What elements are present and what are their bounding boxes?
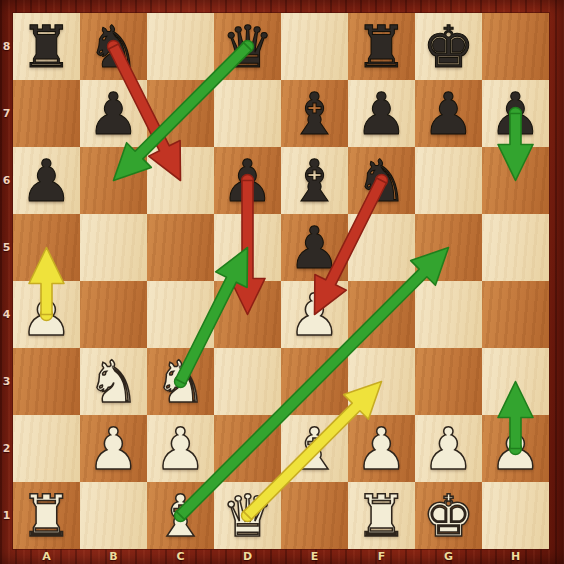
rank-label-2: 2 xyxy=(0,415,13,482)
black-bishop[interactable]: ♝ xyxy=(281,80,348,147)
black-pawn[interactable]: ♟ xyxy=(13,147,80,214)
white-pawn[interactable]: ♟ xyxy=(348,415,415,482)
black-pawn[interactable]: ♟ xyxy=(214,147,281,214)
white-knight[interactable]: ♞ xyxy=(80,348,147,415)
square-g1[interactable]: ♚ xyxy=(415,482,482,549)
square-a2[interactable] xyxy=(13,415,80,482)
square-d4[interactable] xyxy=(214,281,281,348)
square-f2[interactable]: ♟ xyxy=(348,415,415,482)
square-d7[interactable] xyxy=(214,80,281,147)
square-c2[interactable]: ♟ xyxy=(147,415,214,482)
square-c6[interactable] xyxy=(147,147,214,214)
white-pawn[interactable]: ♟ xyxy=(482,415,549,482)
square-b3[interactable]: ♞ xyxy=(80,348,147,415)
rank-label-1: 1 xyxy=(0,482,13,549)
black-pawn[interactable]: ♟ xyxy=(415,80,482,147)
rank-label-5: 5 xyxy=(0,214,13,281)
square-c5[interactable] xyxy=(147,214,214,281)
square-c1[interactable]: ♝ xyxy=(147,482,214,549)
file-label-a: A xyxy=(13,549,80,564)
black-pawn[interactable]: ♟ xyxy=(482,80,549,147)
white-bishop[interactable]: ♝ xyxy=(147,482,214,549)
white-pawn[interactable]: ♟ xyxy=(415,415,482,482)
file-label-g: G xyxy=(415,549,482,564)
square-e3[interactable] xyxy=(281,348,348,415)
square-h7[interactable]: ♟ xyxy=(482,80,549,147)
white-pawn[interactable]: ♟ xyxy=(13,281,80,348)
square-g4[interactable] xyxy=(415,281,482,348)
square-a6[interactable]: ♟ xyxy=(13,147,80,214)
square-a5[interactable] xyxy=(13,214,80,281)
square-c4[interactable] xyxy=(147,281,214,348)
white-pawn[interactable]: ♟ xyxy=(80,415,147,482)
square-h8[interactable] xyxy=(482,13,549,80)
white-pawn[interactable]: ♟ xyxy=(147,415,214,482)
white-king[interactable]: ♚ xyxy=(415,482,482,549)
square-b4[interactable] xyxy=(80,281,147,348)
square-e5[interactable]: ♟ xyxy=(281,214,348,281)
square-f4[interactable] xyxy=(348,281,415,348)
square-b1[interactable] xyxy=(80,482,147,549)
white-knight[interactable]: ♞ xyxy=(147,348,214,415)
rank-label-6: 6 xyxy=(0,147,13,214)
square-b2[interactable]: ♟ xyxy=(80,415,147,482)
square-c3[interactable]: ♞ xyxy=(147,348,214,415)
black-knight[interactable]: ♞ xyxy=(80,13,147,80)
rank-label-3: 3 xyxy=(0,348,13,415)
black-king[interactable]: ♚ xyxy=(415,13,482,80)
file-label-d: D xyxy=(214,549,281,564)
square-d1[interactable]: ♛ xyxy=(214,482,281,549)
square-e8[interactable] xyxy=(281,13,348,80)
square-a1[interactable]: ♜ xyxy=(13,482,80,549)
square-a8[interactable]: ♜ xyxy=(13,13,80,80)
black-rook[interactable]: ♜ xyxy=(348,13,415,80)
square-g5[interactable] xyxy=(415,214,482,281)
white-queen[interactable]: ♛ xyxy=(214,482,281,549)
black-bishop[interactable]: ♝ xyxy=(281,147,348,214)
square-g2[interactable]: ♟ xyxy=(415,415,482,482)
square-a3[interactable] xyxy=(13,348,80,415)
square-e4[interactable]: ♟ xyxy=(281,281,348,348)
square-d3[interactable] xyxy=(214,348,281,415)
square-f6[interactable]: ♞ xyxy=(348,147,415,214)
white-bishop[interactable]: ♝ xyxy=(281,415,348,482)
square-f1[interactable]: ♜ xyxy=(348,482,415,549)
square-g6[interactable] xyxy=(415,147,482,214)
square-d2[interactable] xyxy=(214,415,281,482)
square-f8[interactable]: ♜ xyxy=(348,13,415,80)
square-e2[interactable]: ♝ xyxy=(281,415,348,482)
square-d8[interactable]: ♛ xyxy=(214,13,281,80)
square-g8[interactable]: ♚ xyxy=(415,13,482,80)
square-c7[interactable] xyxy=(147,80,214,147)
square-a7[interactable] xyxy=(13,80,80,147)
square-g7[interactable]: ♟ xyxy=(415,80,482,147)
white-rook[interactable]: ♜ xyxy=(13,482,80,549)
square-h1[interactable] xyxy=(482,482,549,549)
square-d6[interactable]: ♟ xyxy=(214,147,281,214)
square-h5[interactable] xyxy=(482,214,549,281)
square-a4[interactable]: ♟ xyxy=(13,281,80,348)
square-b7[interactable]: ♟ xyxy=(80,80,147,147)
board: ♜♞♛♜♚♟♝♟♟♟♟♟♝♞♟♟♟♞♞♟♟♝♟♟♟♜♝♛♜♚ xyxy=(13,13,549,549)
square-f5[interactable] xyxy=(348,214,415,281)
rank-label-4: 4 xyxy=(0,281,13,348)
square-d5[interactable] xyxy=(214,214,281,281)
square-h6[interactable] xyxy=(482,147,549,214)
rank-label-7: 7 xyxy=(0,80,13,147)
square-b6[interactable] xyxy=(80,147,147,214)
square-h3[interactable] xyxy=(482,348,549,415)
white-pawn[interactable]: ♟ xyxy=(281,281,348,348)
rank-label-8: 8 xyxy=(0,13,13,80)
file-label-e: E xyxy=(281,549,348,564)
square-c8[interactable] xyxy=(147,13,214,80)
square-e6[interactable]: ♝ xyxy=(281,147,348,214)
black-queen[interactable]: ♛ xyxy=(214,13,281,80)
black-pawn[interactable]: ♟ xyxy=(281,214,348,281)
square-e1[interactable] xyxy=(281,482,348,549)
square-h2[interactable]: ♟ xyxy=(482,415,549,482)
chess-board-frame: ♜♞♛♜♚♟♝♟♟♟♟♟♝♞♟♟♟♞♞♟♟♝♟♟♟♜♝♛♜♚ 87654321 … xyxy=(0,0,564,564)
file-label-h: H xyxy=(482,549,549,564)
black-rook[interactable]: ♜ xyxy=(13,13,80,80)
square-g3[interactable] xyxy=(415,348,482,415)
square-b5[interactable] xyxy=(80,214,147,281)
square-b8[interactable]: ♞ xyxy=(80,13,147,80)
square-e7[interactable]: ♝ xyxy=(281,80,348,147)
black-knight[interactable]: ♞ xyxy=(348,147,415,214)
white-rook[interactable]: ♜ xyxy=(348,482,415,549)
black-pawn[interactable]: ♟ xyxy=(348,80,415,147)
square-f7[interactable]: ♟ xyxy=(348,80,415,147)
square-f3[interactable] xyxy=(348,348,415,415)
file-label-c: C xyxy=(147,549,214,564)
square-h4[interactable] xyxy=(482,281,549,348)
file-label-f: F xyxy=(348,549,415,564)
black-pawn[interactable]: ♟ xyxy=(80,80,147,147)
file-label-b: B xyxy=(80,549,147,564)
